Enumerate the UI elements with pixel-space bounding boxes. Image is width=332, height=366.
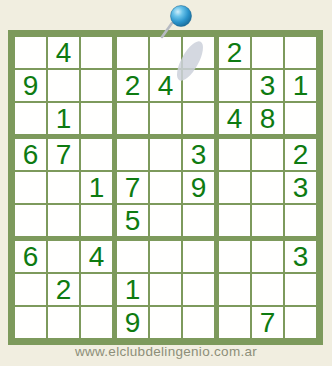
- sudoku-cell-r2c2[interactable]: [48, 70, 79, 101]
- sudoku-cell-r7c3[interactable]: 4: [81, 241, 112, 272]
- sudoku-cell-r3c4[interactable]: [117, 103, 148, 134]
- sudoku-cell-r1c9[interactable]: [285, 37, 316, 68]
- sudoku-cell-r3c5[interactable]: [150, 103, 181, 134]
- sudoku-cell-r7c6[interactable]: [183, 241, 214, 272]
- sudoku-cell-r2c5[interactable]: 4: [150, 70, 181, 101]
- sudoku-cell-r3c3[interactable]: [81, 103, 112, 134]
- sudoku-cell-r8c3[interactable]: [81, 274, 112, 305]
- sudoku-cell-r4c8[interactable]: [252, 139, 283, 170]
- sudoku-cell-r1c1[interactable]: [15, 37, 46, 68]
- sudoku-cell-r6c6[interactable]: [183, 205, 214, 236]
- sudoku-cell-r6c7[interactable]: [219, 205, 250, 236]
- sudoku-cell-r7c1[interactable]: 6: [15, 241, 46, 272]
- sudoku-cell-r5c3[interactable]: 1: [81, 172, 112, 203]
- sudoku-cell-r6c8[interactable]: [252, 205, 283, 236]
- sudoku-cell-r6c2[interactable]: [48, 205, 79, 236]
- sudoku-cell-r1c8[interactable]: [252, 37, 283, 68]
- sudoku-cell-r5c8[interactable]: [252, 172, 283, 203]
- sudoku-cell-r2c8[interactable]: 3: [252, 70, 283, 101]
- sudoku-cell-r5c5[interactable]: [150, 172, 181, 203]
- sudoku-cell-r2c4[interactable]: 2: [117, 70, 148, 101]
- sudoku-cell-r9c9[interactable]: [285, 307, 316, 338]
- sudoku-cell-r5c6[interactable]: 9: [183, 172, 214, 203]
- sudoku-cell-r6c3[interactable]: [81, 205, 112, 236]
- sudoku-cell-r5c4[interactable]: 7: [117, 172, 148, 203]
- sudoku-cell-r9c5[interactable]: [150, 307, 181, 338]
- sudoku-cell-r1c6[interactable]: [183, 37, 214, 68]
- sudoku-cell-r9c4[interactable]: 9: [117, 307, 148, 338]
- pin-ball: [171, 6, 192, 27]
- sudoku-cell-r4c9[interactable]: 2: [285, 139, 316, 170]
- sudoku-cell-r7c4[interactable]: [117, 241, 148, 272]
- sudoku-cell-r3c7[interactable]: 4: [219, 103, 250, 134]
- sudoku-cell-r6c4[interactable]: 5: [117, 205, 148, 236]
- sudoku-cell-r1c4[interactable]: [117, 37, 148, 68]
- sudoku-cell-r4c3[interactable]: [81, 139, 112, 170]
- sudoku-cell-r4c6[interactable]: 3: [183, 139, 214, 170]
- sudoku-cell-r1c2[interactable]: 4: [48, 37, 79, 68]
- sudoku-cell-r4c7[interactable]: [219, 139, 250, 170]
- sudoku-cell-r3c9[interactable]: [285, 103, 316, 134]
- sudoku-cell-r5c9[interactable]: 3: [285, 172, 316, 203]
- sudoku-cell-r7c8[interactable]: [252, 241, 283, 272]
- sudoku-cell-r2c9[interactable]: 1: [285, 70, 316, 101]
- sudoku-cell-r8c7[interactable]: [219, 274, 250, 305]
- sudoku-cell-r5c7[interactable]: [219, 172, 250, 203]
- sudoku-cell-r6c5[interactable]: [150, 205, 181, 236]
- sudoku-cell-r8c1[interactable]: [15, 274, 46, 305]
- sudoku-cell-r2c7[interactable]: [219, 70, 250, 101]
- sudoku-cell-r7c2[interactable]: [48, 241, 79, 272]
- sudoku-cell-r4c2[interactable]: 7: [48, 139, 79, 170]
- sudoku-cell-r8c4[interactable]: 1: [117, 274, 148, 305]
- sudoku-cell-r8c2[interactable]: 2: [48, 274, 79, 305]
- sudoku-board: 42924311486732179356432197: [8, 30, 323, 345]
- sudoku-cell-r2c1[interactable]: 9: [15, 70, 46, 101]
- sudoku-cell-r8c9[interactable]: [285, 274, 316, 305]
- site-url: www.elclubdelingenio.com.ar: [0, 344, 332, 359]
- sudoku-cell-r1c3[interactable]: [81, 37, 112, 68]
- sudoku-cell-r5c1[interactable]: [15, 172, 46, 203]
- sudoku-cell-r2c6[interactable]: [183, 70, 214, 101]
- sudoku-cell-r9c8[interactable]: 7: [252, 307, 283, 338]
- sudoku-cell-r2c3[interactable]: [81, 70, 112, 101]
- sudoku-cell-r8c8[interactable]: [252, 274, 283, 305]
- sudoku-cell-r6c9[interactable]: [285, 205, 316, 236]
- sudoku-cell-r9c2[interactable]: [48, 307, 79, 338]
- sudoku-cell-r4c1[interactable]: 6: [15, 139, 46, 170]
- sudoku-cell-r4c5[interactable]: [150, 139, 181, 170]
- sudoku-cell-r4c4[interactable]: [117, 139, 148, 170]
- sudoku-cell-r9c6[interactable]: [183, 307, 214, 338]
- sudoku-cell-r1c7[interactable]: 2: [219, 37, 250, 68]
- sudoku-cell-r5c2[interactable]: [48, 172, 79, 203]
- sudoku-cell-r3c1[interactable]: [15, 103, 46, 134]
- sudoku-cell-r7c5[interactable]: [150, 241, 181, 272]
- sudoku-cell-r8c5[interactable]: [150, 274, 181, 305]
- sudoku-cell-r1c5[interactable]: [150, 37, 181, 68]
- sudoku-cell-r8c6[interactable]: [183, 274, 214, 305]
- sudoku-cell-r7c7[interactable]: [219, 241, 250, 272]
- sudoku-cell-r9c3[interactable]: [81, 307, 112, 338]
- sudoku-cell-r3c2[interactable]: 1: [48, 103, 79, 134]
- sudoku-cell-r9c7[interactable]: [219, 307, 250, 338]
- sudoku-cell-r6c1[interactable]: [15, 205, 46, 236]
- sudoku-cell-r9c1[interactable]: [15, 307, 46, 338]
- sudoku-cell-r3c6[interactable]: [183, 103, 214, 134]
- sudoku-cell-r7c9[interactable]: 3: [285, 241, 316, 272]
- sudoku-cell-r3c8[interactable]: 8: [252, 103, 283, 134]
